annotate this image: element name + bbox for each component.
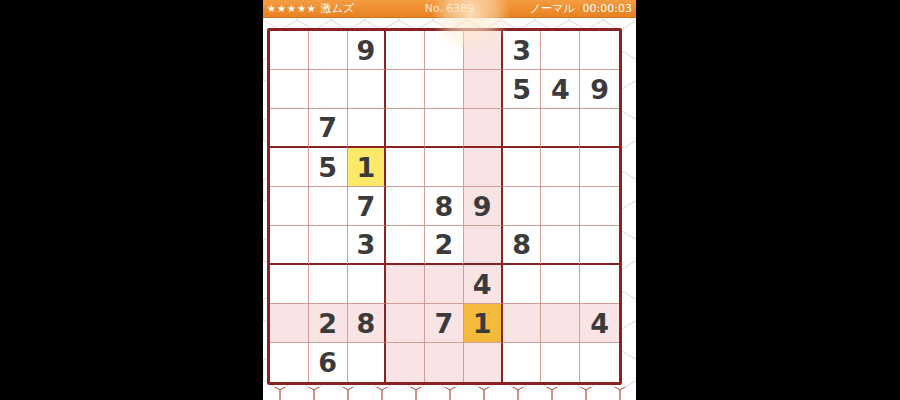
cell-r4c6[interactable] — [464, 148, 503, 187]
cell-r9c8[interactable] — [541, 343, 580, 382]
puzzle-number-group: No. 6389 — [425, 0, 474, 18]
cell-r4c5[interactable] — [425, 148, 464, 187]
cell-r8c9[interactable]: 4 — [580, 304, 619, 343]
cell-r3c2[interactable]: 7 — [309, 109, 348, 148]
cell-r8c3[interactable]: 8 — [348, 304, 387, 343]
cell-r1c7[interactable]: 3 — [503, 31, 542, 70]
cell-r2c9[interactable]: 9 — [580, 70, 619, 109]
cell-r2c5[interactable] — [425, 70, 464, 109]
cell-r6c1[interactable] — [270, 226, 309, 265]
cell-r6c9[interactable] — [580, 226, 619, 265]
cell-r9c2[interactable]: 6 — [309, 343, 348, 382]
cell-r8c1[interactable] — [270, 304, 309, 343]
cell-r6c5[interactable]: 2 — [425, 226, 464, 265]
cell-r1c4[interactable] — [386, 31, 425, 70]
puzzle-number-value: 6389 — [446, 0, 474, 18]
cell-r6c8[interactable] — [541, 226, 580, 265]
cell-r2c6[interactable] — [464, 70, 503, 109]
cell-r1c5[interactable] — [425, 31, 464, 70]
cell-r7c6[interactable]: 4 — [464, 265, 503, 304]
difficulty-group: ★★★★★ 激ムズ — [267, 0, 354, 18]
cell-r4c4[interactable] — [386, 148, 425, 187]
cell-r3c6[interactable] — [464, 109, 503, 148]
cell-r7c8[interactable] — [541, 265, 580, 304]
cell-r9c3[interactable] — [348, 343, 387, 382]
cell-r5c3[interactable]: 7 — [348, 187, 387, 226]
puzzle-number-label: No. — [425, 0, 443, 18]
cell-r8c4[interactable] — [386, 304, 425, 343]
cell-r5c5[interactable]: 8 — [425, 187, 464, 226]
cell-r4c3[interactable]: 1 — [348, 148, 387, 187]
mode-label: ノーマル — [530, 0, 575, 18]
cell-r7c7[interactable] — [503, 265, 542, 304]
cell-r4c1[interactable] — [270, 148, 309, 187]
cell-r3c7[interactable] — [503, 109, 542, 148]
cell-r4c9[interactable] — [580, 148, 619, 187]
cell-r8c5[interactable]: 7 — [425, 304, 464, 343]
cell-r5c2[interactable] — [309, 187, 348, 226]
cell-r9c7[interactable] — [503, 343, 542, 382]
cell-r5c6[interactable]: 9 — [464, 187, 503, 226]
honeycomb-bottom-accent — [263, 387, 636, 400]
cell-r8c8[interactable] — [541, 304, 580, 343]
cell-r3c3[interactable] — [348, 109, 387, 148]
timer-value: 00:00:03 — [583, 0, 632, 18]
cell-r1c1[interactable] — [270, 31, 309, 70]
cell-r8c2[interactable]: 2 — [309, 304, 348, 343]
cell-r2c3[interactable] — [348, 70, 387, 109]
cell-r7c4[interactable] — [386, 265, 425, 304]
cell-r9c9[interactable] — [580, 343, 619, 382]
cell-r4c8[interactable] — [541, 148, 580, 187]
cell-r2c2[interactable] — [309, 70, 348, 109]
cell-r8c6[interactable]: 1 — [464, 304, 503, 343]
cell-r3c9[interactable] — [580, 109, 619, 148]
difficulty-stars: ★★★★★ — [267, 0, 317, 18]
cell-r4c2[interactable]: 5 — [309, 148, 348, 187]
cell-r5c7[interactable] — [503, 187, 542, 226]
cell-r5c1[interactable] — [270, 187, 309, 226]
cell-r2c4[interactable] — [386, 70, 425, 109]
cell-r6c4[interactable] — [386, 226, 425, 265]
cell-r3c5[interactable] — [425, 109, 464, 148]
cell-r7c3[interactable] — [348, 265, 387, 304]
cell-r6c2[interactable] — [309, 226, 348, 265]
cell-r9c6[interactable] — [464, 343, 503, 382]
cell-r1c6[interactable] — [464, 31, 503, 70]
cell-r1c9[interactable] — [580, 31, 619, 70]
cell-r5c8[interactable] — [541, 187, 580, 226]
cell-r2c8[interactable]: 4 — [541, 70, 580, 109]
cell-r5c9[interactable] — [580, 187, 619, 226]
cell-r7c9[interactable] — [580, 265, 619, 304]
cell-r9c5[interactable] — [425, 343, 464, 382]
mode-timer-group: ノーマル 00:00:03 — [530, 0, 632, 18]
cell-r2c1[interactable] — [270, 70, 309, 109]
top-status-bar: ★★★★★ 激ムズ No. 6389 ノーマル 00:00:03 — [263, 0, 636, 18]
cell-r7c5[interactable] — [425, 265, 464, 304]
cell-r1c2[interactable] — [309, 31, 348, 70]
game-stage: ★★★★★ 激ムズ No. 6389 ノーマル 00:00:03 9354975… — [263, 0, 636, 400]
cell-r3c4[interactable] — [386, 109, 425, 148]
cell-r6c6[interactable] — [464, 226, 503, 265]
letterbox-viewport: ★★★★★ 激ムズ No. 6389 ノーマル 00:00:03 9354975… — [0, 0, 900, 400]
cell-r8c7[interactable] — [503, 304, 542, 343]
cell-r6c3[interactable]: 3 — [348, 226, 387, 265]
cell-r7c2[interactable] — [309, 265, 348, 304]
cell-r1c8[interactable] — [541, 31, 580, 70]
difficulty-label: 激ムズ — [321, 0, 355, 18]
cell-r4c7[interactable] — [503, 148, 542, 187]
cell-r1c3[interactable]: 9 — [348, 31, 387, 70]
cell-r9c4[interactable] — [386, 343, 425, 382]
cell-r2c7[interactable]: 5 — [503, 70, 542, 109]
sudoku-board: 935497517893284287146 — [267, 28, 622, 385]
cell-r3c1[interactable] — [270, 109, 309, 148]
cell-r9c1[interactable] — [270, 343, 309, 382]
cell-r7c1[interactable] — [270, 265, 309, 304]
cell-r3c8[interactable] — [541, 109, 580, 148]
cell-r6c7[interactable]: 8 — [503, 226, 542, 265]
cell-r5c4[interactable] — [386, 187, 425, 226]
